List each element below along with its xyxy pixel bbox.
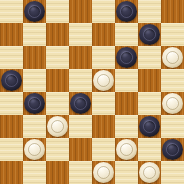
black-man-b8[interactable]	[24, 1, 45, 22]
square-b4[interactable]	[23, 92, 46, 115]
black-man-g7[interactable]	[139, 24, 160, 45]
black-man-g3[interactable]	[139, 116, 160, 137]
square-c4[interactable]	[46, 92, 69, 115]
square-a5[interactable]	[0, 69, 23, 92]
square-a7[interactable]	[0, 23, 23, 46]
square-d1[interactable]	[69, 161, 92, 184]
white-man-h6[interactable]	[162, 47, 183, 68]
white-man-f2[interactable]	[116, 139, 137, 160]
square-e7[interactable]	[92, 23, 115, 46]
square-c8[interactable]	[46, 0, 69, 23]
square-c1[interactable]	[46, 161, 69, 184]
square-g1[interactable]	[138, 161, 161, 184]
square-b2[interactable]	[23, 138, 46, 161]
square-d4[interactable]	[69, 92, 92, 115]
square-h6[interactable]	[161, 46, 184, 69]
checkers-board	[0, 0, 184, 184]
square-h2[interactable]	[161, 138, 184, 161]
square-c2[interactable]	[46, 138, 69, 161]
square-f1[interactable]	[115, 161, 138, 184]
black-man-b4[interactable]	[24, 93, 45, 114]
square-b1[interactable]	[23, 161, 46, 184]
square-g7[interactable]	[138, 23, 161, 46]
square-e6[interactable]	[92, 46, 115, 69]
square-f8[interactable]	[115, 0, 138, 23]
square-b3[interactable]	[23, 115, 46, 138]
square-e5[interactable]	[92, 69, 115, 92]
square-f6[interactable]	[115, 46, 138, 69]
square-a3[interactable]	[0, 115, 23, 138]
square-f3[interactable]	[115, 115, 138, 138]
square-h3[interactable]	[161, 115, 184, 138]
black-man-f6[interactable]	[116, 47, 137, 68]
square-b5[interactable]	[23, 69, 46, 92]
white-man-e1[interactable]	[93, 162, 114, 183]
square-c5[interactable]	[46, 69, 69, 92]
square-g8[interactable]	[138, 0, 161, 23]
square-c3[interactable]	[46, 115, 69, 138]
square-d2[interactable]	[69, 138, 92, 161]
square-c6[interactable]	[46, 46, 69, 69]
square-d5[interactable]	[69, 69, 92, 92]
white-man-h4[interactable]	[162, 93, 183, 114]
white-man-e5[interactable]	[93, 70, 114, 91]
black-man-h2[interactable]	[162, 139, 183, 160]
square-b7[interactable]	[23, 23, 46, 46]
square-f2[interactable]	[115, 138, 138, 161]
square-a1[interactable]	[0, 161, 23, 184]
square-h8[interactable]	[161, 0, 184, 23]
square-d8[interactable]	[69, 0, 92, 23]
square-g3[interactable]	[138, 115, 161, 138]
square-f7[interactable]	[115, 23, 138, 46]
square-a2[interactable]	[0, 138, 23, 161]
square-a8[interactable]	[0, 0, 23, 23]
white-man-b2[interactable]	[24, 139, 45, 160]
black-man-d4[interactable]	[70, 93, 91, 114]
square-a6[interactable]	[0, 46, 23, 69]
square-e3[interactable]	[92, 115, 115, 138]
square-g6[interactable]	[138, 46, 161, 69]
square-h4[interactable]	[161, 92, 184, 115]
square-e4[interactable]	[92, 92, 115, 115]
black-man-f8[interactable]	[116, 1, 137, 22]
square-d3[interactable]	[69, 115, 92, 138]
square-g2[interactable]	[138, 138, 161, 161]
square-b6[interactable]	[23, 46, 46, 69]
square-e1[interactable]	[92, 161, 115, 184]
square-h7[interactable]	[161, 23, 184, 46]
square-e2[interactable]	[92, 138, 115, 161]
square-h5[interactable]	[161, 69, 184, 92]
black-man-a5[interactable]	[1, 70, 22, 91]
square-f4[interactable]	[115, 92, 138, 115]
square-b8[interactable]	[23, 0, 46, 23]
square-d7[interactable]	[69, 23, 92, 46]
square-h1[interactable]	[161, 161, 184, 184]
square-e8[interactable]	[92, 0, 115, 23]
square-a4[interactable]	[0, 92, 23, 115]
square-g5[interactable]	[138, 69, 161, 92]
square-c7[interactable]	[46, 23, 69, 46]
square-f5[interactable]	[115, 69, 138, 92]
white-man-c3[interactable]	[47, 116, 68, 137]
square-g4[interactable]	[138, 92, 161, 115]
square-d6[interactable]	[69, 46, 92, 69]
white-man-g1[interactable]	[139, 162, 160, 183]
